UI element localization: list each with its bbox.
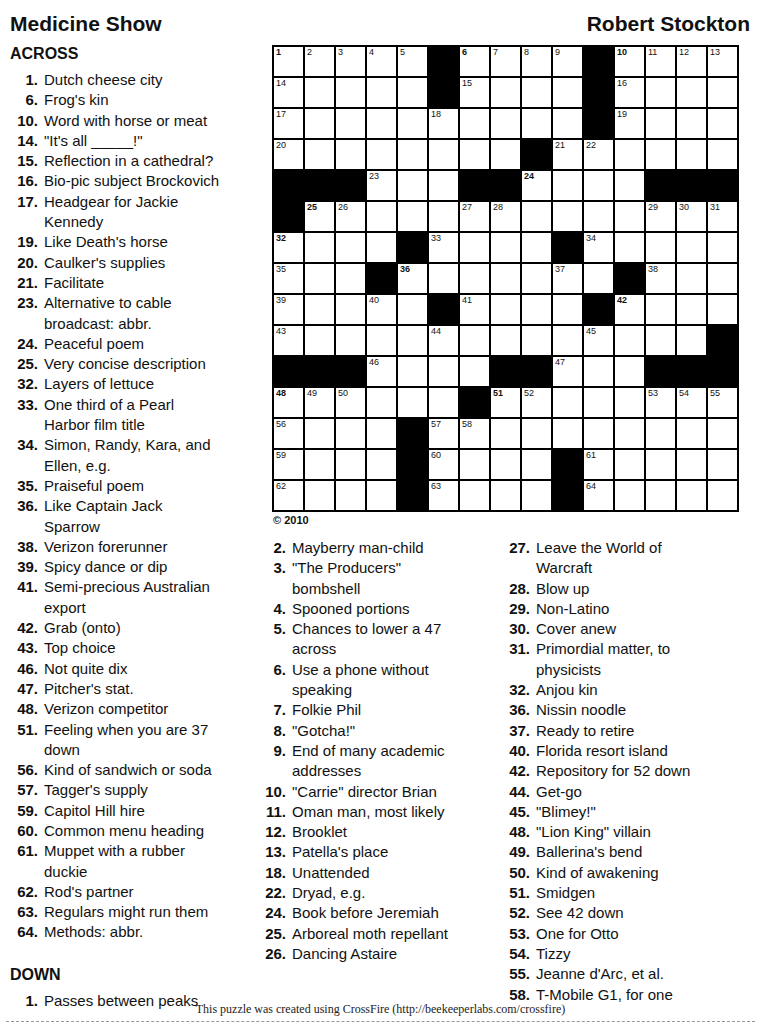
- grid-cell[interactable]: [522, 295, 551, 324]
- cell-number: 55: [710, 388, 720, 399]
- grid-cell[interactable]: 40: [367, 295, 396, 324]
- clue-number: 41.: [10, 577, 38, 597]
- grid-cell[interactable]: [615, 481, 644, 510]
- cell-number: 23: [369, 171, 379, 182]
- grid-cell[interactable]: [615, 140, 644, 169]
- clue-text: Alternative to cable broadcast: abbr.: [38, 293, 172, 334]
- grid-cell[interactable]: [491, 233, 520, 262]
- grid-cell[interactable]: [491, 264, 520, 293]
- grid-cell[interactable]: [677, 419, 706, 448]
- clue-number: 49.: [502, 842, 530, 862]
- across-clue-39: 39.Spicy dance or dip: [10, 557, 260, 577]
- grid-cell[interactable]: 16: [615, 78, 644, 107]
- grid-cell[interactable]: 53: [646, 388, 675, 417]
- grid-cell[interactable]: 20: [274, 140, 303, 169]
- black-cell: [522, 140, 551, 169]
- down-clue-9: 9.End of many academic addresses: [258, 741, 500, 782]
- down-header: DOWN: [10, 965, 260, 985]
- grid-cell[interactable]: [584, 171, 613, 200]
- grid-cell[interactable]: [553, 202, 582, 231]
- grid-cell[interactable]: 13: [708, 47, 737, 76]
- black-cell: [367, 264, 396, 293]
- grid-cell[interactable]: 39: [274, 295, 303, 324]
- across-clue-43: 43.Top choice: [10, 638, 260, 658]
- across-clue-19: 19.Like Death's horse: [10, 232, 260, 252]
- grid-cell[interactable]: 49: [305, 388, 334, 417]
- grid-cell[interactable]: [367, 450, 396, 479]
- cell-number: 62: [276, 481, 286, 492]
- clue-number: 28.: [502, 579, 530, 599]
- clue-text: Jeanne d'Arc, et al.: [530, 964, 664, 984]
- down-clue-26: 26.Dancing Astaire: [258, 944, 500, 964]
- grid-cell[interactable]: 41: [460, 295, 489, 324]
- grid-cell[interactable]: [708, 481, 737, 510]
- black-cell: [677, 357, 706, 386]
- grid-cell[interactable]: [615, 388, 644, 417]
- grid-cell[interactable]: 47: [553, 357, 582, 386]
- grid-cell[interactable]: 46: [367, 357, 396, 386]
- grid-cell[interactable]: [398, 78, 427, 107]
- grid-cell[interactable]: [491, 450, 520, 479]
- across-clue-38: 38.Verizon forerunner: [10, 537, 260, 557]
- cell-number: 36: [400, 264, 410, 275]
- down-clue-51: 51.Smidgen: [502, 883, 761, 903]
- grid-cell[interactable]: [522, 481, 551, 510]
- grid-cell[interactable]: [522, 233, 551, 262]
- clue-text: "The Producers" bombshell: [286, 558, 401, 599]
- grid-cell[interactable]: 28: [491, 202, 520, 231]
- cell-number: 40: [369, 295, 379, 306]
- grid-cell[interactable]: [677, 233, 706, 262]
- down-clue-32: 32.Anjou kin: [502, 680, 761, 700]
- grid-cell[interactable]: [584, 264, 613, 293]
- across-clue-20: 20.Caulker's supplies: [10, 253, 260, 273]
- grid-cell[interactable]: 7: [491, 47, 520, 76]
- down-clue-8: 8."Gotcha!": [258, 721, 500, 741]
- cell-number: 51: [493, 388, 503, 399]
- clue-text: Unattended: [286, 863, 370, 883]
- clue-number: 7.: [258, 700, 286, 720]
- grid-cell[interactable]: 17: [274, 109, 303, 138]
- footer-credit: This puzzle was created using CrossFire …: [0, 1002, 761, 1017]
- grid-cell[interactable]: 5: [398, 47, 427, 76]
- cell-number: 3: [338, 47, 343, 58]
- grid-cell[interactable]: [553, 419, 582, 448]
- grid-cell[interactable]: [522, 264, 551, 293]
- grid-cell[interactable]: 11: [646, 47, 675, 76]
- grid-cell[interactable]: [398, 357, 427, 386]
- grid-cell[interactable]: [336, 295, 365, 324]
- grid-cell[interactable]: [460, 357, 489, 386]
- cell-number: 1: [276, 47, 281, 58]
- black-cell: [398, 481, 427, 510]
- grid-cell[interactable]: [553, 78, 582, 107]
- clue-number: 63.: [10, 902, 38, 922]
- clue-text: Dancing Astaire: [286, 944, 397, 964]
- grid-cell[interactable]: [398, 326, 427, 355]
- grid-cell[interactable]: [646, 109, 675, 138]
- grid-cell[interactable]: [460, 233, 489, 262]
- grid-cell[interactable]: [429, 140, 458, 169]
- grid-cell[interactable]: [708, 78, 737, 107]
- grid-cell[interactable]: [491, 78, 520, 107]
- grid-cell[interactable]: [305, 78, 334, 107]
- clue-text: "Gotcha!": [286, 721, 355, 741]
- down-clue-53: 53.One for Otto: [502, 924, 761, 944]
- cell-number: 22: [586, 140, 596, 151]
- grid-cell[interactable]: 30: [677, 202, 706, 231]
- clue-number: 35.: [10, 476, 38, 496]
- grid-cell[interactable]: [677, 109, 706, 138]
- grid-cell[interactable]: [460, 264, 489, 293]
- grid-cell[interactable]: 51: [491, 388, 520, 417]
- clue-text: "Carrie" director Brian: [286, 782, 437, 802]
- grid-cell[interactable]: 34: [584, 233, 613, 262]
- grid-cell[interactable]: [708, 233, 737, 262]
- clue-text: Ready to retire: [530, 721, 634, 741]
- grid-cell[interactable]: [460, 140, 489, 169]
- down-clue-24: 24.Book before Jeremiah: [258, 903, 500, 923]
- clue-number: 32.: [10, 374, 38, 394]
- cell-number: 46: [369, 357, 379, 368]
- black-cell: [491, 171, 520, 200]
- grid-cell[interactable]: [429, 388, 458, 417]
- grid-cell[interactable]: 42: [615, 295, 644, 324]
- clue-number: 36.: [502, 700, 530, 720]
- grid-cell[interactable]: [305, 264, 334, 293]
- grid-cell[interactable]: [646, 140, 675, 169]
- grid-cell[interactable]: [398, 171, 427, 200]
- grid-cell[interactable]: [646, 450, 675, 479]
- down-clue-10: 10."Carrie" director Brian: [258, 782, 500, 802]
- grid-cell[interactable]: 52: [522, 388, 551, 417]
- grid-cell[interactable]: 3: [336, 47, 365, 76]
- grid-cell[interactable]: 61: [584, 450, 613, 479]
- down-clue-25: 25.Arboreal moth repellant: [258, 924, 500, 944]
- grid-cell[interactable]: 2: [305, 47, 334, 76]
- grid-cell[interactable]: 12: [677, 47, 706, 76]
- cell-number: 17: [276, 109, 286, 120]
- grid-cell[interactable]: [615, 326, 644, 355]
- cell-number: 37: [555, 264, 565, 275]
- grid-cell[interactable]: 8: [522, 47, 551, 76]
- grid-cell[interactable]: [677, 450, 706, 479]
- grid-cell[interactable]: [708, 109, 737, 138]
- grid-cell[interactable]: 48: [274, 388, 303, 417]
- grid-cell[interactable]: 63: [429, 481, 458, 510]
- cell-number: 9: [555, 47, 560, 58]
- grid-cell[interactable]: [460, 109, 489, 138]
- grid-cell[interactable]: [305, 419, 334, 448]
- grid-cell[interactable]: 35: [274, 264, 303, 293]
- clue-number: 60.: [10, 821, 38, 841]
- grid-cell[interactable]: [615, 419, 644, 448]
- grid-cell[interactable]: [367, 78, 396, 107]
- grid-cell[interactable]: 38: [646, 264, 675, 293]
- clue-text: Repository for 52 down: [530, 761, 690, 781]
- down-clue-list-part3: 27.Leave the World of Warcraft28.Blow up…: [502, 538, 761, 1005]
- grid-cell[interactable]: [336, 78, 365, 107]
- grid-cell[interactable]: [708, 295, 737, 324]
- grid-cell[interactable]: [646, 326, 675, 355]
- cell-number: 39: [276, 295, 286, 306]
- grid-cell[interactable]: [336, 450, 365, 479]
- grid-cell[interactable]: [367, 326, 396, 355]
- grid-cell[interactable]: 56: [274, 419, 303, 448]
- grid-cell[interactable]: [367, 202, 396, 231]
- grid-cell[interactable]: [677, 295, 706, 324]
- grid-cell[interactable]: 50: [336, 388, 365, 417]
- grid-cell[interactable]: 9: [553, 47, 582, 76]
- clue-text: Smidgen: [530, 883, 595, 903]
- grid-cell[interactable]: [522, 450, 551, 479]
- black-cell: [274, 171, 303, 200]
- grid-cell[interactable]: 14: [274, 78, 303, 107]
- clue-text: Feeling when you are 37 down: [38, 720, 208, 761]
- bottom-divider: [6, 1021, 755, 1022]
- grid-cell[interactable]: [646, 419, 675, 448]
- grid-cell[interactable]: [429, 357, 458, 386]
- across-clue-25: 25.Very concise description: [10, 354, 260, 374]
- grid-cell[interactable]: [398, 109, 427, 138]
- grid-cell[interactable]: 57: [429, 419, 458, 448]
- clue-text: Grab (onto): [38, 618, 121, 638]
- grid-cell[interactable]: 54: [677, 388, 706, 417]
- clue-text: Pitcher's stat.: [38, 679, 134, 699]
- grid-cell[interactable]: [584, 388, 613, 417]
- grid-cell[interactable]: [708, 450, 737, 479]
- grid-cell[interactable]: [491, 295, 520, 324]
- clue-number: 14.: [10, 131, 38, 151]
- grid-cell[interactable]: [398, 388, 427, 417]
- grid-cell[interactable]: 21: [553, 140, 582, 169]
- across-clue-59: 59.Capitol Hill hire: [10, 801, 260, 821]
- clue-text: Top choice: [38, 638, 116, 658]
- grid-cell[interactable]: 27: [460, 202, 489, 231]
- grid-cell[interactable]: [708, 140, 737, 169]
- clue-number: 50.: [502, 863, 530, 883]
- grid-cell[interactable]: [522, 419, 551, 448]
- grid-cell[interactable]: 24: [522, 171, 551, 200]
- grid-cell[interactable]: [491, 140, 520, 169]
- grid-cell[interactable]: [460, 481, 489, 510]
- down-clue-column-right: 27.Leave the World of Warcraft28.Blow up…: [502, 538, 761, 1005]
- grid-cell[interactable]: [522, 109, 551, 138]
- cell-number: 58: [462, 419, 472, 430]
- grid-cell[interactable]: [615, 202, 644, 231]
- grid-cell[interactable]: [367, 481, 396, 510]
- clue-number: 48.: [10, 699, 38, 719]
- grid-cell[interactable]: 45: [584, 326, 613, 355]
- down-clue-48: 48."Lion King" villain: [502, 822, 761, 842]
- cell-number: 18: [431, 109, 441, 120]
- cell-number: 27: [462, 202, 472, 213]
- grid-cell[interactable]: [305, 140, 334, 169]
- grid-cell[interactable]: [305, 109, 334, 138]
- grid-cell[interactable]: 25: [305, 202, 334, 231]
- down-clue-44: 44.Get-go: [502, 782, 761, 802]
- grid-cell[interactable]: [429, 171, 458, 200]
- grid-cell[interactable]: 62: [274, 481, 303, 510]
- grid-cell[interactable]: 23: [367, 171, 396, 200]
- grid-cell[interactable]: 1: [274, 47, 303, 76]
- clue-text: Patella's place: [286, 842, 388, 862]
- clue-number: 22.: [258, 883, 286, 903]
- clue-number: 55.: [502, 964, 530, 984]
- grid-cell[interactable]: [646, 481, 675, 510]
- grid-cell[interactable]: 43: [274, 326, 303, 355]
- grid-cell[interactable]: 55: [708, 388, 737, 417]
- grid-cell[interactable]: 26: [336, 202, 365, 231]
- grid-cell[interactable]: [305, 481, 334, 510]
- grid-cell[interactable]: 29: [646, 202, 675, 231]
- grid-cell[interactable]: [677, 140, 706, 169]
- grid-cell[interactable]: [708, 419, 737, 448]
- clue-number: 48.: [502, 822, 530, 842]
- grid-cell[interactable]: 4: [367, 47, 396, 76]
- grid-cell[interactable]: [553, 326, 582, 355]
- clue-text: Verizon forerunner: [38, 537, 167, 557]
- grid-cell[interactable]: [491, 481, 520, 510]
- grid-cell[interactable]: [677, 264, 706, 293]
- grid-cell[interactable]: 44: [429, 326, 458, 355]
- grid-cell[interactable]: 33: [429, 233, 458, 262]
- grid-cell[interactable]: [429, 202, 458, 231]
- cell-number: 10: [617, 47, 627, 58]
- clue-number: 51.: [502, 883, 530, 903]
- grid-cell[interactable]: [646, 295, 675, 324]
- clue-number: 56.: [10, 760, 38, 780]
- grid-cell[interactable]: [460, 450, 489, 479]
- down-clue-2: 2.Mayberry man-child: [258, 538, 500, 558]
- grid-cell[interactable]: [429, 264, 458, 293]
- clue-text: Spooned portions: [286, 599, 410, 619]
- grid-cell[interactable]: [677, 78, 706, 107]
- grid-cell[interactable]: [615, 357, 644, 386]
- grid-cell[interactable]: 6: [460, 47, 489, 76]
- grid-cell[interactable]: [522, 78, 551, 107]
- grid-cell[interactable]: [305, 450, 334, 479]
- grid-cell[interactable]: [398, 140, 427, 169]
- grid-cell[interactable]: [677, 481, 706, 510]
- crossword-grid: 1234567891011121314151617181920212223242…: [272, 45, 739, 512]
- clue-number: 26.: [258, 944, 286, 964]
- grid-cell[interactable]: [677, 326, 706, 355]
- across-clue-6: 6.Frog's kin: [10, 90, 260, 110]
- grid-cell[interactable]: [336, 233, 365, 262]
- grid-cell[interactable]: [708, 264, 737, 293]
- grid-cell[interactable]: [305, 295, 334, 324]
- grid-cell[interactable]: [367, 388, 396, 417]
- down-clue-30: 30.Cover anew: [502, 619, 761, 639]
- grid-cell[interactable]: [522, 202, 551, 231]
- grid-cell[interactable]: [584, 419, 613, 448]
- grid-cell[interactable]: 18: [429, 109, 458, 138]
- black-cell: [677, 171, 706, 200]
- clue-text: Use a phone without speaking: [286, 660, 429, 701]
- grid-cell[interactable]: 22: [584, 140, 613, 169]
- cell-number: 21: [555, 140, 565, 151]
- grid-cell[interactable]: [553, 388, 582, 417]
- clue-text: End of many academic addresses: [286, 741, 445, 782]
- grid-cell[interactable]: 32: [274, 233, 303, 262]
- grid-cell[interactable]: [584, 202, 613, 231]
- grid-cell[interactable]: [646, 233, 675, 262]
- down-clue-52: 52.See 42 down: [502, 903, 761, 923]
- grid-cell[interactable]: [305, 326, 334, 355]
- grid-cell[interactable]: [615, 171, 644, 200]
- cell-number: 30: [679, 202, 689, 213]
- grid-cell[interactable]: [398, 202, 427, 231]
- grid-cell[interactable]: [336, 264, 365, 293]
- grid-cell[interactable]: [336, 109, 365, 138]
- cell-number: 49: [307, 388, 317, 399]
- grid-cell[interactable]: [584, 357, 613, 386]
- clue-text: Book before Jeremiah: [286, 903, 439, 923]
- clue-text: "Lion King" villain: [530, 822, 651, 842]
- clue-number: 2.: [258, 538, 286, 558]
- grid-cell[interactable]: [646, 78, 675, 107]
- clue-number: 53.: [502, 924, 530, 944]
- down-clue-49: 49.Ballerina's bend: [502, 842, 761, 862]
- grid-cell[interactable]: [460, 326, 489, 355]
- grid-cell[interactable]: [336, 481, 365, 510]
- grid-cell[interactable]: 19: [615, 109, 644, 138]
- grid-cell[interactable]: [398, 295, 427, 324]
- grid-cell[interactable]: [553, 295, 582, 324]
- clue-text: Not quite dix: [38, 659, 127, 679]
- grid-cell[interactable]: [336, 140, 365, 169]
- grid-cell[interactable]: 10: [615, 47, 644, 76]
- grid-cell[interactable]: [336, 326, 365, 355]
- grid-cell[interactable]: [553, 171, 582, 200]
- grid-cell[interactable]: 36: [398, 264, 427, 293]
- grid-cell[interactable]: [367, 140, 396, 169]
- grid-cell[interactable]: 58: [460, 419, 489, 448]
- grid-cell[interactable]: 31: [708, 202, 737, 231]
- clue-text: Very concise description: [38, 354, 206, 374]
- grid-cell[interactable]: [491, 109, 520, 138]
- grid-cell[interactable]: [367, 109, 396, 138]
- clue-number: 11.: [258, 802, 286, 822]
- grid-cell[interactable]: [305, 233, 334, 262]
- grid-cell[interactable]: [491, 326, 520, 355]
- grid-cell[interactable]: [336, 419, 365, 448]
- grid-cell[interactable]: [615, 233, 644, 262]
- grid-cell[interactable]: [491, 419, 520, 448]
- across-clue-column: ACROSS 1.Dutch cheese city6.Frog's kin10…: [10, 44, 260, 1011]
- grid-cell[interactable]: [367, 233, 396, 262]
- cell-number: 56: [276, 419, 286, 430]
- grid-cell[interactable]: 59: [274, 450, 303, 479]
- cell-number: 28: [493, 202, 503, 213]
- grid-cell[interactable]: 15: [460, 78, 489, 107]
- cell-number: 29: [648, 202, 658, 213]
- grid-cell[interactable]: [367, 419, 396, 448]
- grid-cell[interactable]: [522, 326, 551, 355]
- cell-number: 54: [679, 388, 689, 399]
- across-clue-64: 64.Methods: abbr.: [10, 922, 260, 942]
- across-clue-24: 24.Peaceful poem: [10, 334, 260, 354]
- grid-cell[interactable]: [553, 109, 582, 138]
- grid-cell[interactable]: 60: [429, 450, 458, 479]
- grid-cell[interactable]: 64: [584, 481, 613, 510]
- black-cell: [615, 264, 644, 293]
- grid-cell[interactable]: [615, 450, 644, 479]
- grid-cell[interactable]: 37: [553, 264, 582, 293]
- black-cell: [336, 357, 365, 386]
- clue-number: 59.: [10, 801, 38, 821]
